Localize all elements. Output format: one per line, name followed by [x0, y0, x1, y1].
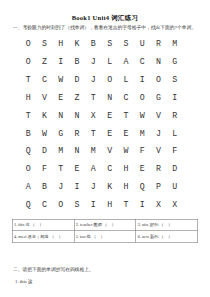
- grid-cell: K: [36, 106, 52, 124]
- letter-grid: OSHKBSSURMOZIBJLACNGTCWDJOLIOSHVEZTNCOGI…: [20, 35, 183, 214]
- grid-cell: D: [36, 142, 52, 160]
- grid-cell: S: [118, 35, 134, 53]
- grid-cell: S: [167, 71, 183, 89]
- word-item: 1. this 这 （ ）: [12, 219, 74, 231]
- grid-cell: R: [69, 124, 85, 142]
- grid-cell: C: [36, 71, 52, 89]
- grid-cell: L: [167, 124, 183, 142]
- grid-cell: I: [134, 71, 150, 89]
- grid-cell: D: [69, 71, 85, 89]
- grid-cell: J: [150, 124, 166, 142]
- grid-cell: B: [85, 35, 101, 53]
- section-two-instruction: 二、请把下面的单词抄写在四线格上。: [13, 267, 94, 274]
- grid-cell: K: [69, 35, 85, 53]
- grid-cell: M: [85, 142, 101, 160]
- word-table-row: 4. meet 遇见；相逢 （ ）5. too 也 （ ）6. new 新的 （…: [12, 231, 198, 243]
- grid-cell: N: [53, 106, 69, 124]
- grid-cell: V: [150, 106, 166, 124]
- grid-cell: R: [150, 35, 166, 53]
- grid-cell: J: [85, 71, 101, 89]
- grid-cell: L: [118, 71, 134, 89]
- grid-cell: N: [150, 53, 166, 71]
- grid-cell: H: [101, 196, 117, 214]
- grid-cell: I: [69, 178, 85, 196]
- grid-cell: W: [118, 142, 134, 160]
- grid-cell: N: [69, 142, 85, 160]
- grid-cell: J: [53, 178, 69, 196]
- grid-cell: S: [36, 35, 52, 53]
- grid-cell: N: [69, 106, 85, 124]
- grid-cell: H: [118, 160, 134, 178]
- grid-cell: U: [167, 178, 183, 196]
- grid-cell: S: [101, 35, 117, 53]
- grid-cell: Z: [36, 53, 52, 71]
- word-table: 1. this 这 （ ）2. teacher 教师 （ ）3. nice 好的…: [12, 219, 198, 243]
- grid-cell: I: [53, 53, 69, 71]
- grid-cell: G: [53, 124, 69, 142]
- grid-cell: Z: [69, 89, 85, 107]
- grid-cell: O: [20, 160, 36, 178]
- grid-cell: T: [118, 196, 134, 214]
- grid-cell: V: [101, 142, 117, 160]
- grid-cell: E: [118, 124, 134, 142]
- grid-cell: A: [118, 53, 134, 71]
- grid-cell: N: [101, 89, 117, 107]
- grid-cell: C: [118, 89, 134, 107]
- section-one-instruction: 一、考验眼力的时刻到了（找单词），看看在迷宫的字母格子中，找出下面的7个单词。: [13, 25, 200, 32]
- grid-cell: G: [167, 53, 183, 71]
- grid-cell: A: [85, 160, 101, 178]
- grid-cell: L: [101, 53, 117, 71]
- copy-item-1: 1. this 这: [15, 278, 33, 285]
- grid-cell: Q: [20, 142, 36, 160]
- grid-cell: X: [85, 106, 101, 124]
- grid-cell: E: [53, 89, 69, 107]
- grid-cell: M: [167, 35, 183, 53]
- grid-cell: T: [85, 89, 101, 107]
- word-item: 2. teacher 教师 （ ）: [74, 219, 136, 231]
- word-item: 5. too 也 （ ）: [74, 231, 136, 243]
- grid-cell: E: [101, 106, 117, 124]
- grid-cell: F: [134, 142, 150, 160]
- grid-cell: O: [101, 71, 117, 89]
- page-title: Book1 Unit4 词汇练习: [0, 13, 210, 22]
- word-table-body: 1. this 这 （ ）2. teacher 教师 （ ）3. nice 好的…: [12, 219, 198, 242]
- grid-cell: H: [53, 35, 69, 53]
- grid-cell: M: [53, 142, 69, 160]
- grid-cell: H: [118, 178, 134, 196]
- grid-cell: I: [85, 196, 101, 214]
- grid-cell: O: [134, 89, 150, 107]
- grid-cell: T: [20, 106, 36, 124]
- grid-cell: A: [20, 178, 36, 196]
- grid-cell: W: [134, 106, 150, 124]
- grid-cell: I: [134, 196, 150, 214]
- grid-cell: U: [134, 35, 150, 53]
- grid-cell: W: [53, 71, 69, 89]
- grid-cell: E: [101, 124, 117, 142]
- grid-cell: B: [20, 124, 36, 142]
- grid-cell: H: [20, 89, 36, 107]
- grid-cell: F: [36, 160, 52, 178]
- word-item: 3. nice 好的 （ ）: [136, 219, 198, 231]
- grid-cell: K: [101, 178, 117, 196]
- grid-cell: C: [134, 53, 150, 71]
- grid-cell: R: [167, 106, 183, 124]
- grid-cell: I: [167, 89, 183, 107]
- grid-cell: B: [36, 178, 52, 196]
- grid-cell: C: [36, 196, 52, 214]
- grid-cell: T: [20, 71, 36, 89]
- grid-cell: V: [150, 142, 166, 160]
- grid-cell: O: [53, 196, 69, 214]
- grid-cell: J: [85, 178, 101, 196]
- grid-cell: D: [167, 160, 183, 178]
- worksheet-page: Book1 Unit4 词汇练习 一、考验眼力的时刻到了（找单词），看看在迷宫的…: [0, 0, 210, 297]
- grid-cell: C: [101, 160, 117, 178]
- word-item: 4. meet 遇见；相逢 （ ）: [12, 231, 74, 243]
- grid-cell: O: [20, 35, 36, 53]
- grid-cell: E: [134, 160, 150, 178]
- grid-cell: S: [69, 196, 85, 214]
- grid-cell: J: [85, 53, 101, 71]
- grid-cell: G: [150, 89, 166, 107]
- grid-cell: Q: [134, 178, 150, 196]
- grid-cell: M: [134, 124, 150, 142]
- grid-cell: T: [118, 106, 134, 124]
- grid-cell: O: [20, 53, 36, 71]
- grid-cell: F: [167, 142, 183, 160]
- grid-cell: E: [69, 160, 85, 178]
- word-table-row: 1. this 这 （ ）2. teacher 教师 （ ）3. nice 好的…: [12, 219, 198, 231]
- grid-cell: B: [69, 53, 85, 71]
- grid-cell: W: [36, 124, 52, 142]
- grid-cell: R: [150, 160, 166, 178]
- grid-cell: P: [150, 178, 166, 196]
- grid-cell: V: [36, 89, 52, 107]
- word-item: 6. new 新的 （ ）: [136, 231, 198, 243]
- grid-cell: X: [150, 196, 166, 214]
- grid-cell: O: [150, 71, 166, 89]
- grid-cell: Q: [20, 196, 36, 214]
- grid-cell: T: [85, 124, 101, 142]
- grid-cell: X: [167, 196, 183, 214]
- grid-cell: T: [53, 160, 69, 178]
